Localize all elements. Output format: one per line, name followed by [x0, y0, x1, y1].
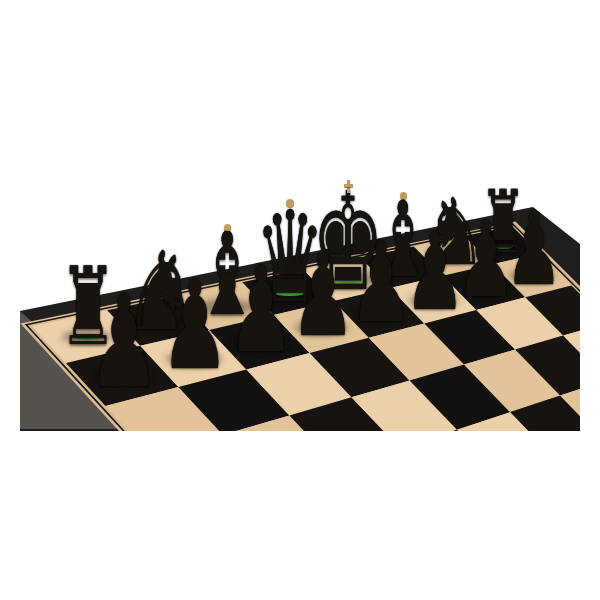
- square-a4: [204, 490, 334, 580]
- square-a3: [266, 555, 404, 600]
- square-d3: [457, 487, 576, 577]
- square-f3: [564, 449, 600, 532]
- square-d4: [400, 430, 512, 508]
- square-e3: [512, 467, 600, 553]
- square-c4: [339, 449, 456, 531]
- square-b3: [334, 531, 465, 600]
- square-a5: [151, 435, 274, 514]
- square-b4: [274, 469, 397, 555]
- product-photo: ♜♞♝♛♚♝♞♜♟♟♟♟♟♟♟♟: [0, 0, 600, 600]
- square-c3: [397, 508, 522, 600]
- chessboard: [0, 0, 600, 600]
